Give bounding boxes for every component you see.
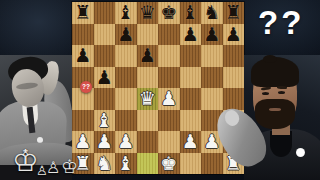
square-b4[interactable] [94, 88, 116, 110]
piece-white-pawn: ♟ [182, 132, 199, 151]
foreground-pawn-piece: ♙ [46, 160, 60, 176]
square-e6[interactable] [158, 45, 180, 67]
square-e2[interactable] [158, 131, 180, 153]
piece-white-knight: ♞ [96, 154, 113, 173]
piece-white-pawn: ♟ [117, 132, 134, 151]
square-e4[interactable]: ♟ [158, 88, 180, 110]
square-c7[interactable]: ♟ [115, 24, 137, 46]
right-player-beard [255, 99, 295, 129]
square-f8[interactable]: ♝ [180, 2, 202, 24]
piece-black-pawn: ♟ [117, 25, 134, 44]
square-h5[interactable] [223, 67, 245, 89]
piece-black-pawn: ♟ [74, 46, 91, 65]
square-g8[interactable]: ♞ [201, 2, 223, 24]
piece-black-bishop: ♝ [182, 3, 199, 22]
piece-black-pawn: ♟ [96, 68, 113, 87]
square-b6[interactable] [94, 45, 116, 67]
piece-white-bishop: ♝ [117, 154, 134, 173]
square-c1[interactable]: ♝ [115, 153, 137, 175]
right-player-eye [278, 91, 285, 94]
sponsor-logo [296, 148, 305, 157]
square-d3[interactable] [137, 110, 159, 132]
square-b1[interactable]: ♞ [94, 153, 116, 175]
square-d8[interactable]: ♛ [137, 2, 159, 24]
square-e3[interactable] [158, 110, 180, 132]
square-h7[interactable]: ♟ [223, 24, 245, 46]
square-g7[interactable]: ♟ [201, 24, 223, 46]
square-d5[interactable] [137, 67, 159, 89]
square-b8[interactable] [94, 2, 116, 24]
square-a8[interactable]: ♜ [72, 2, 94, 24]
square-d1[interactable] [137, 153, 159, 175]
piece-black-rook: ♜ [74, 3, 91, 22]
piece-black-pawn: ♟ [139, 46, 156, 65]
right-player-eye [262, 92, 269, 95]
square-f2[interactable]: ♟ [180, 131, 202, 153]
square-e5[interactable] [158, 67, 180, 89]
square-h8[interactable]: ♜ [223, 2, 245, 24]
piece-white-pawn: ♟ [74, 132, 91, 151]
question-marks-overlay: ?? [258, 3, 304, 43]
foreground-king-piece: ♔ [61, 157, 78, 176]
square-a6[interactable]: ♟ [72, 45, 94, 67]
square-e7[interactable] [158, 24, 180, 46]
square-e1[interactable]: ♚ [158, 153, 180, 175]
piece-black-pawn: ♟ [182, 25, 199, 44]
square-b7[interactable] [94, 24, 116, 46]
piece-black-pawn: ♟ [225, 25, 242, 44]
square-c5[interactable] [115, 67, 137, 89]
square-c4[interactable] [115, 88, 137, 110]
right-player-mouth [269, 108, 281, 111]
square-c6[interactable] [115, 45, 137, 67]
piece-black-pawn: ♟ [203, 25, 220, 44]
square-f6[interactable] [180, 45, 202, 67]
right-player-hair-bun [263, 55, 277, 63]
square-b2[interactable]: ♟ [94, 131, 116, 153]
square-f4[interactable] [180, 88, 202, 110]
foreground-king-piece: ♔ [12, 146, 39, 176]
blunder-annotation-badge: ?? [80, 81, 92, 93]
piece-black-knight: ♞ [203, 3, 220, 22]
square-c3[interactable] [115, 110, 137, 132]
square-f3[interactable] [180, 110, 202, 132]
square-d6[interactable]: ♟ [137, 45, 159, 67]
piece-white-pawn: ♟ [96, 132, 113, 151]
thumbnail-canvas: ♜♝♛♚♝♞♜♟♟♟♟♟♟♟♛♟♝♟♟♟♟♟♟♜♞♝♚♜ ?? ?? ♔ ♙ ♙… [0, 0, 320, 180]
square-g4[interactable] [201, 88, 223, 110]
square-c2[interactable]: ♟ [115, 131, 137, 153]
piece-white-queen: ♛ [139, 89, 156, 108]
square-f7[interactable]: ♟ [180, 24, 202, 46]
square-a7[interactable] [72, 24, 94, 46]
square-f1[interactable] [180, 153, 202, 175]
square-g5[interactable] [201, 67, 223, 89]
square-d7[interactable] [137, 24, 159, 46]
square-b3[interactable]: ♝ [94, 110, 116, 132]
piece-black-king: ♚ [160, 3, 177, 22]
square-c8[interactable]: ♝ [115, 2, 137, 24]
square-b5[interactable]: ♟ [94, 67, 116, 89]
piece-white-bishop: ♝ [96, 111, 113, 130]
square-h4[interactable] [223, 88, 245, 110]
square-h6[interactable] [223, 45, 245, 67]
square-a2[interactable]: ♟ [72, 131, 94, 153]
piece-black-bishop: ♝ [117, 3, 134, 22]
square-f5[interactable] [180, 67, 202, 89]
piece-black-queen: ♛ [139, 3, 156, 22]
piece-white-king: ♚ [160, 154, 177, 173]
square-a3[interactable] [72, 110, 94, 132]
square-d2[interactable] [137, 131, 159, 153]
square-g1[interactable] [201, 153, 223, 175]
square-d4[interactable]: ♛ [137, 88, 159, 110]
piece-white-pawn: ♟ [160, 89, 177, 108]
square-g6[interactable] [201, 45, 223, 67]
chess-board: ♜♝♛♚♝♞♜♟♟♟♟♟♟♟♛♟♝♟♟♟♟♟♟♜♞♝♚♜ [72, 2, 244, 174]
square-e8[interactable]: ♚ [158, 2, 180, 24]
piece-black-rook: ♜ [225, 3, 242, 22]
